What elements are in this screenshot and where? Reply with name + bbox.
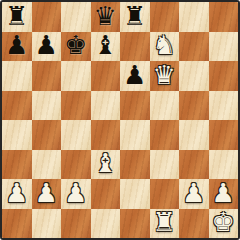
square-h8[interactable] bbox=[209, 2, 239, 32]
square-h5[interactable] bbox=[209, 91, 239, 121]
white-queen-f6: ♛ bbox=[153, 62, 176, 88]
square-g8[interactable] bbox=[179, 2, 209, 32]
square-g1[interactable] bbox=[179, 209, 209, 239]
square-a4[interactable] bbox=[2, 120, 32, 150]
square-d6[interactable] bbox=[91, 61, 121, 91]
square-b8[interactable] bbox=[32, 2, 62, 32]
square-f1[interactable]: ♜ bbox=[150, 209, 180, 239]
square-b1[interactable] bbox=[32, 209, 62, 239]
square-c7[interactable]: ♚ bbox=[61, 32, 91, 62]
square-e7[interactable] bbox=[120, 32, 150, 62]
square-b4[interactable] bbox=[32, 120, 62, 150]
square-a2[interactable]: ♟ bbox=[2, 179, 32, 209]
square-c4[interactable] bbox=[61, 120, 91, 150]
black-king-c7: ♚ bbox=[64, 32, 87, 58]
black-rook-a8: ♜ bbox=[5, 3, 28, 29]
square-b5[interactable] bbox=[32, 91, 62, 121]
black-bishop-d7: ♝ bbox=[94, 32, 117, 58]
square-f6[interactable]: ♛ bbox=[150, 61, 180, 91]
square-e3[interactable] bbox=[120, 150, 150, 180]
square-d7[interactable]: ♝ bbox=[91, 32, 121, 62]
square-b6[interactable] bbox=[32, 61, 62, 91]
square-g6[interactable] bbox=[179, 61, 209, 91]
square-c6[interactable] bbox=[61, 61, 91, 91]
square-g4[interactable] bbox=[179, 120, 209, 150]
square-h7[interactable] bbox=[209, 32, 239, 62]
square-f5[interactable] bbox=[150, 91, 180, 121]
square-a5[interactable] bbox=[2, 91, 32, 121]
square-h2[interactable]: ♟ bbox=[209, 179, 239, 209]
square-c8[interactable] bbox=[61, 2, 91, 32]
white-bishop-d3: ♝ bbox=[94, 150, 117, 176]
white-pawn-c2: ♟ bbox=[64, 180, 87, 206]
black-pawn-a7: ♟ bbox=[5, 32, 28, 58]
square-e8[interactable]: ♜ bbox=[120, 2, 150, 32]
square-e4[interactable] bbox=[120, 120, 150, 150]
white-pawn-b2: ♟ bbox=[35, 180, 58, 206]
square-a7[interactable]: ♟ bbox=[2, 32, 32, 62]
square-e5[interactable] bbox=[120, 91, 150, 121]
square-d1[interactable] bbox=[91, 209, 121, 239]
square-h6[interactable] bbox=[209, 61, 239, 91]
square-h4[interactable] bbox=[209, 120, 239, 150]
square-g3[interactable] bbox=[179, 150, 209, 180]
white-pawn-a2: ♟ bbox=[5, 180, 28, 206]
square-a8[interactable]: ♜ bbox=[2, 2, 32, 32]
square-d8[interactable]: ♛ bbox=[91, 2, 121, 32]
square-b7[interactable]: ♟ bbox=[32, 32, 62, 62]
square-b3[interactable] bbox=[32, 150, 62, 180]
white-knight-f7: ♞ bbox=[153, 32, 176, 58]
square-d5[interactable] bbox=[91, 91, 121, 121]
square-c2[interactable]: ♟ bbox=[61, 179, 91, 209]
square-a6[interactable] bbox=[2, 61, 32, 91]
white-pawn-h2: ♟ bbox=[212, 180, 235, 206]
square-f3[interactable] bbox=[150, 150, 180, 180]
chess-board: ♜ ♛ ♜ ♟ ♟ ♚ ♝ ♞ ♟ ♛ ♝ ♟ ♟ ♟ ♟ ♟ bbox=[0, 0, 240, 240]
square-h1[interactable]: ♚ bbox=[209, 209, 239, 239]
square-h3[interactable] bbox=[209, 150, 239, 180]
square-g7[interactable] bbox=[179, 32, 209, 62]
square-d2[interactable] bbox=[91, 179, 121, 209]
square-a3[interactable] bbox=[2, 150, 32, 180]
white-pawn-g2: ♟ bbox=[182, 180, 205, 206]
square-a1[interactable] bbox=[2, 209, 32, 239]
square-d3[interactable]: ♝ bbox=[91, 150, 121, 180]
square-g5[interactable] bbox=[179, 91, 209, 121]
square-c1[interactable] bbox=[61, 209, 91, 239]
square-e2[interactable] bbox=[120, 179, 150, 209]
square-f7[interactable]: ♞ bbox=[150, 32, 180, 62]
square-g2[interactable]: ♟ bbox=[179, 179, 209, 209]
square-c5[interactable] bbox=[61, 91, 91, 121]
square-d4[interactable] bbox=[91, 120, 121, 150]
white-king-h1: ♚ bbox=[212, 209, 235, 235]
black-pawn-e6: ♟ bbox=[123, 62, 146, 88]
white-rook-f1: ♜ bbox=[153, 209, 176, 235]
black-rook-e8: ♜ bbox=[123, 3, 146, 29]
square-e6[interactable]: ♟ bbox=[120, 61, 150, 91]
square-f4[interactable] bbox=[150, 120, 180, 150]
square-f2[interactable] bbox=[150, 179, 180, 209]
black-pawn-b7: ♟ bbox=[35, 32, 58, 58]
black-queen-d8: ♛ bbox=[94, 3, 117, 29]
square-c3[interactable] bbox=[61, 150, 91, 180]
square-e1[interactable] bbox=[120, 209, 150, 239]
square-f8[interactable] bbox=[150, 2, 180, 32]
square-b2[interactable]: ♟ bbox=[32, 179, 62, 209]
